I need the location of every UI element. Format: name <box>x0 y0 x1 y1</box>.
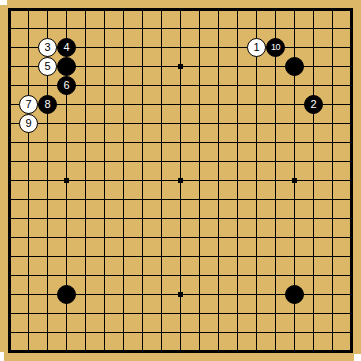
star-point-q10 <box>292 178 297 183</box>
corner-artifact-top-left <box>0 0 7 5</box>
stone-black-q4-setup <box>285 285 304 304</box>
stone-black-d17-move-4: 4 <box>57 38 76 57</box>
stone-white-b13-move-9: 9 <box>19 114 38 133</box>
star-point-k16 <box>178 64 183 69</box>
stone-black-d16-setup <box>57 57 76 76</box>
star-point-k10 <box>178 178 183 183</box>
stone-black-q16-setup <box>285 57 304 76</box>
stone-white-c16-move-5: 5 <box>38 57 57 76</box>
go-board: 12345678910 <box>0 0 361 361</box>
stone-white-b14-move-7: 7 <box>19 95 38 114</box>
go-diagram: 12345678910 <box>0 0 361 361</box>
stone-black-p17-move-10: 10 <box>266 38 285 57</box>
stone-black-r14-move-2: 2 <box>304 95 323 114</box>
corner-artifact-bottom-left <box>0 352 4 361</box>
stone-black-d15-move-6: 6 <box>57 76 76 95</box>
stone-white-c17-move-3: 3 <box>38 38 57 57</box>
star-point-d10 <box>64 178 69 183</box>
stone-white-o17-move-1: 1 <box>247 38 266 57</box>
corner-artifact-bottom-right <box>354 354 361 361</box>
stone-black-d4-setup <box>57 285 76 304</box>
star-point-k4 <box>178 292 183 297</box>
stone-black-c14-move-8: 8 <box>38 95 57 114</box>
